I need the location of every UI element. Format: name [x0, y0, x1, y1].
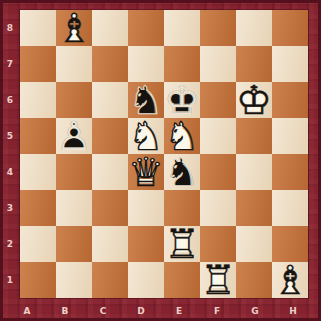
square-f5[interactable] — [200, 118, 236, 154]
file-label-f: F — [214, 306, 220, 316]
square-a5[interactable] — [20, 118, 56, 154]
square-c8[interactable] — [92, 10, 128, 46]
square-b8[interactable]: ♝♗ — [56, 10, 92, 46]
file-label-e: E — [176, 306, 182, 316]
square-c4[interactable] — [92, 154, 128, 190]
square-h1[interactable]: ♝♗ — [272, 262, 308, 298]
square-a1[interactable] — [20, 262, 56, 298]
square-f3[interactable] — [200, 190, 236, 226]
square-c6[interactable] — [92, 82, 128, 118]
file-label-c: C — [100, 306, 107, 316]
square-f8[interactable] — [200, 10, 236, 46]
square-h8[interactable] — [272, 10, 308, 46]
piece-white-queen-d4[interactable]: ♛♕ — [128, 154, 164, 190]
piece-white-bishop-h1[interactable]: ♝♗ — [272, 262, 308, 298]
file-label-h: H — [289, 306, 297, 316]
square-b1[interactable] — [56, 262, 92, 298]
square-c3[interactable] — [92, 190, 128, 226]
piece-black-knight-e4[interactable]: ♞♘ — [164, 154, 200, 190]
square-g4[interactable] — [236, 154, 272, 190]
pawn-outline-icon: ♙ — [56, 118, 92, 154]
square-c2[interactable] — [92, 226, 128, 262]
rook-outline-icon: ♖ — [164, 226, 200, 262]
file-label-g: G — [251, 306, 258, 316]
square-g3[interactable] — [236, 190, 272, 226]
square-c5[interactable] — [92, 118, 128, 154]
bishop-outline-icon: ♗ — [272, 262, 308, 298]
chessboard: ♝♗♞♘♚♔♚♔♟♙♞♘♞♘♛♕♞♘♜♖♜♖♝♗ — [20, 10, 308, 298]
file-label-a: A — [24, 306, 31, 316]
square-c1[interactable] — [92, 262, 128, 298]
rank-label-2: 2 — [0, 226, 20, 262]
square-g8[interactable] — [236, 10, 272, 46]
square-e8[interactable] — [164, 10, 200, 46]
square-f4[interactable] — [200, 154, 236, 190]
rook-outline-icon: ♖ — [200, 262, 236, 298]
square-e2[interactable]: ♜♖ — [164, 226, 200, 262]
piece-white-bishop-b8[interactable]: ♝♗ — [56, 10, 92, 46]
square-b3[interactable] — [56, 190, 92, 226]
rank-label-5: 5 — [0, 118, 20, 154]
chessboard-frame: ♝♗♞♘♚♔♚♔♟♙♞♘♞♘♛♕♞♘♜♖♜♖♝♗ 87654321ABCDEFG… — [0, 0, 321, 321]
square-h3[interactable] — [272, 190, 308, 226]
rank-label-4: 4 — [0, 154, 20, 190]
queen-outline-icon: ♕ — [128, 154, 164, 190]
square-d3[interactable] — [128, 190, 164, 226]
rank-label-8: 8 — [0, 10, 20, 46]
square-a2[interactable] — [20, 226, 56, 262]
square-b7[interactable] — [56, 46, 92, 82]
square-a6[interactable] — [20, 82, 56, 118]
square-g2[interactable] — [236, 226, 272, 262]
square-a4[interactable] — [20, 154, 56, 190]
square-h5[interactable] — [272, 118, 308, 154]
square-b5[interactable]: ♟♙ — [56, 118, 92, 154]
square-h7[interactable] — [272, 46, 308, 82]
square-b2[interactable] — [56, 226, 92, 262]
square-d1[interactable] — [128, 262, 164, 298]
rank-label-3: 3 — [0, 190, 20, 226]
square-e4[interactable]: ♞♘ — [164, 154, 200, 190]
file-label-d: D — [137, 306, 144, 316]
square-f6[interactable] — [200, 82, 236, 118]
king-outline-icon: ♔ — [236, 82, 272, 118]
square-b4[interactable] — [56, 154, 92, 190]
square-g5[interactable] — [236, 118, 272, 154]
rank-label-1: 1 — [0, 262, 20, 298]
square-d8[interactable] — [128, 10, 164, 46]
bishop-outline-icon: ♗ — [56, 10, 92, 46]
rank-label-7: 7 — [0, 46, 20, 82]
square-g6[interactable]: ♚♔ — [236, 82, 272, 118]
square-f1[interactable]: ♜♖ — [200, 262, 236, 298]
square-e1[interactable] — [164, 262, 200, 298]
piece-white-king-g6[interactable]: ♚♔ — [236, 82, 272, 118]
square-f7[interactable] — [200, 46, 236, 82]
file-label-b: B — [62, 306, 69, 316]
square-d2[interactable] — [128, 226, 164, 262]
piece-white-rook-f1[interactable]: ♜♖ — [200, 262, 236, 298]
square-c7[interactable] — [92, 46, 128, 82]
knight-outline-icon: ♘ — [164, 154, 200, 190]
square-a7[interactable] — [20, 46, 56, 82]
square-h6[interactable] — [272, 82, 308, 118]
rank-label-6: 6 — [0, 82, 20, 118]
square-g1[interactable] — [236, 262, 272, 298]
piece-black-pawn-b5[interactable]: ♟♙ — [56, 118, 92, 154]
piece-white-rook-e2[interactable]: ♜♖ — [164, 226, 200, 262]
square-a3[interactable] — [20, 190, 56, 226]
square-a8[interactable] — [20, 10, 56, 46]
square-d4[interactable]: ♛♕ — [128, 154, 164, 190]
square-h4[interactable] — [272, 154, 308, 190]
